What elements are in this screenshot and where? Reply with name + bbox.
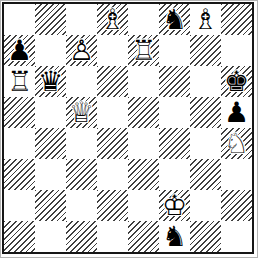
- square-d1[interactable]: [97, 221, 128, 252]
- square-e7[interactable]: ♜♖: [128, 35, 159, 66]
- white-king-f2[interactable]: ♚♔: [159, 190, 190, 221]
- square-c3[interactable]: [66, 159, 97, 190]
- square-a3[interactable]: [4, 159, 35, 190]
- black-knight-fill-glyph: ♞: [159, 4, 190, 35]
- square-g3[interactable]: [190, 159, 221, 190]
- square-b6[interactable]: ♛: [35, 66, 66, 97]
- square-g1[interactable]: [190, 221, 221, 252]
- square-f8[interactable]: ♞: [159, 4, 190, 35]
- white-rook-e7[interactable]: ♜♖: [128, 35, 159, 66]
- black-pawn-fill-glyph: ♟: [4, 35, 35, 66]
- white-rook-outline-glyph: ♖: [4, 66, 35, 97]
- white-bishop-g8[interactable]: ♝♗: [190, 4, 221, 35]
- black-queen-fill-glyph: ♛: [35, 66, 66, 97]
- square-h5[interactable]: ♟: [221, 97, 252, 128]
- square-b5[interactable]: [35, 97, 66, 128]
- white-knight-outline-glyph: ♘: [221, 128, 252, 159]
- square-c2[interactable]: [66, 190, 97, 221]
- black-knight-f8[interactable]: ♞: [159, 4, 190, 35]
- black-queen-b6[interactable]: ♛: [35, 66, 66, 97]
- white-rook-outline-glyph: ♖: [128, 35, 159, 66]
- black-king-h6[interactable]: ♚: [221, 66, 252, 97]
- square-a4[interactable]: [4, 128, 35, 159]
- square-a7[interactable]: ♟: [4, 35, 35, 66]
- square-f5[interactable]: [159, 97, 190, 128]
- square-d2[interactable]: [97, 190, 128, 221]
- black-king-fill-glyph: ♚: [221, 66, 252, 97]
- square-c4[interactable]: [66, 128, 97, 159]
- square-g6[interactable]: [190, 66, 221, 97]
- square-a6[interactable]: ♜♖: [4, 66, 35, 97]
- square-f7[interactable]: [159, 35, 190, 66]
- black-pawn-h5[interactable]: ♟: [221, 97, 252, 128]
- square-f2[interactable]: ♚♔: [159, 190, 190, 221]
- square-e4[interactable]: [128, 128, 159, 159]
- square-b8[interactable]: [35, 4, 66, 35]
- square-h2[interactable]: [221, 190, 252, 221]
- square-a2[interactable]: [4, 190, 35, 221]
- square-c6[interactable]: [66, 66, 97, 97]
- square-g4[interactable]: [190, 128, 221, 159]
- square-g8[interactable]: ♝♗: [190, 4, 221, 35]
- white-queen-c5[interactable]: ♛♕: [66, 97, 97, 128]
- black-knight-fill-glyph: ♞: [159, 221, 190, 252]
- square-b7[interactable]: [35, 35, 66, 66]
- square-d7[interactable]: [97, 35, 128, 66]
- square-g7[interactable]: [190, 35, 221, 66]
- square-b4[interactable]: [35, 128, 66, 159]
- square-g5[interactable]: [190, 97, 221, 128]
- square-h4[interactable]: ♞♘: [221, 128, 252, 159]
- square-g2[interactable]: [190, 190, 221, 221]
- white-pawn-c7[interactable]: ♟♙: [66, 35, 97, 66]
- square-f3[interactable]: [159, 159, 190, 190]
- square-b2[interactable]: [35, 190, 66, 221]
- square-d6[interactable]: [97, 66, 128, 97]
- white-bishop-outline-glyph: ♗: [190, 4, 221, 35]
- white-queen-outline-glyph: ♕: [66, 97, 97, 128]
- square-e6[interactable]: [128, 66, 159, 97]
- square-e8[interactable]: [128, 4, 159, 35]
- square-f4[interactable]: [159, 128, 190, 159]
- white-king-outline-glyph: ♔: [159, 190, 190, 221]
- square-d5[interactable]: [97, 97, 128, 128]
- square-c5[interactable]: ♛♕: [66, 97, 97, 128]
- square-c8[interactable]: [66, 4, 97, 35]
- white-bishop-d8[interactable]: ♝♗: [97, 4, 128, 35]
- square-a5[interactable]: [4, 97, 35, 128]
- white-pawn-outline-glyph: ♙: [66, 35, 97, 66]
- square-h6[interactable]: ♚: [221, 66, 252, 97]
- square-c7[interactable]: ♟♙: [66, 35, 97, 66]
- white-rook-a6[interactable]: ♜♖: [4, 66, 35, 97]
- black-knight-f1[interactable]: ♞: [159, 221, 190, 252]
- black-pawn-fill-glyph: ♟: [221, 97, 252, 128]
- square-f1[interactable]: ♞: [159, 221, 190, 252]
- square-c1[interactable]: [66, 221, 97, 252]
- square-d3[interactable]: [97, 159, 128, 190]
- diagram-frame: ♝♗♞♝♗♟♟♙♜♖♜♖♛♚♛♕♟♞♘♚♔♞: [0, 0, 258, 258]
- chess-board: ♝♗♞♝♗♟♟♙♜♖♜♖♛♚♛♕♟♞♘♚♔♞: [2, 2, 254, 254]
- square-d4[interactable]: [97, 128, 128, 159]
- square-b1[interactable]: [35, 221, 66, 252]
- square-a8[interactable]: [4, 4, 35, 35]
- square-e2[interactable]: [128, 190, 159, 221]
- square-h3[interactable]: [221, 159, 252, 190]
- square-e1[interactable]: [128, 221, 159, 252]
- black-pawn-a7[interactable]: ♟: [4, 35, 35, 66]
- square-e3[interactable]: [128, 159, 159, 190]
- square-b3[interactable]: [35, 159, 66, 190]
- white-bishop-outline-glyph: ♗: [97, 4, 128, 35]
- white-knight-h4[interactable]: ♞♘: [221, 128, 252, 159]
- square-e5[interactable]: [128, 97, 159, 128]
- square-h1[interactable]: [221, 221, 252, 252]
- square-h7[interactable]: [221, 35, 252, 66]
- square-a1[interactable]: [4, 221, 35, 252]
- square-d8[interactable]: ♝♗: [97, 4, 128, 35]
- square-h8[interactable]: [221, 4, 252, 35]
- square-f6[interactable]: [159, 66, 190, 97]
